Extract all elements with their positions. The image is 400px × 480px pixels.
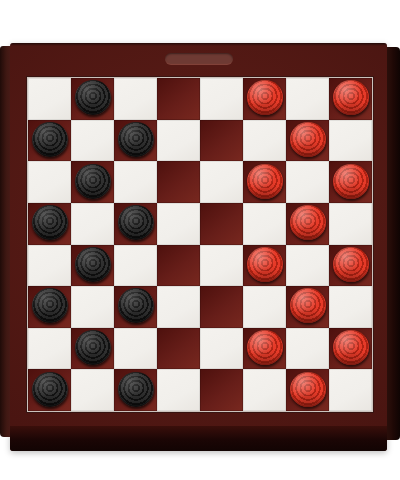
black-piece[interactable] xyxy=(75,247,111,282)
square-r5c4[interactable] xyxy=(157,245,200,287)
square-r8c6[interactable] xyxy=(243,369,286,411)
black-piece[interactable] xyxy=(75,330,111,365)
square-r5c5[interactable] xyxy=(200,245,243,287)
square-r2c1[interactable] xyxy=(28,120,71,162)
square-r8c1[interactable] xyxy=(28,369,71,411)
square-r5c8[interactable] xyxy=(329,245,372,287)
square-r8c4[interactable] xyxy=(157,369,200,411)
red-piece[interactable] xyxy=(333,80,369,115)
square-r6c3[interactable] xyxy=(114,286,157,328)
square-r5c7[interactable] xyxy=(286,245,329,287)
black-piece[interactable] xyxy=(118,205,154,240)
square-r6c6[interactable] xyxy=(243,286,286,328)
black-piece[interactable] xyxy=(118,288,154,323)
square-r7c3[interactable] xyxy=(114,328,157,370)
square-r5c2[interactable] xyxy=(71,245,114,287)
square-r2c4[interactable] xyxy=(157,120,200,162)
square-r8c2[interactable] xyxy=(71,369,114,411)
red-piece[interactable] xyxy=(247,80,283,115)
square-r1c1[interactable] xyxy=(28,78,71,120)
square-r4c4[interactable] xyxy=(157,203,200,245)
square-r5c3[interactable] xyxy=(114,245,157,287)
square-r7c4[interactable] xyxy=(157,328,200,370)
black-piece[interactable] xyxy=(32,122,68,157)
black-piece[interactable] xyxy=(118,122,154,157)
square-r5c1[interactable] xyxy=(28,245,71,287)
square-r7c1[interactable] xyxy=(28,328,71,370)
square-r8c5[interactable] xyxy=(200,369,243,411)
square-r1c5[interactable] xyxy=(200,78,243,120)
board-right-side-panel xyxy=(386,47,400,440)
square-r1c7[interactable] xyxy=(286,78,329,120)
square-r6c2[interactable] xyxy=(71,286,114,328)
square-r2c3[interactable] xyxy=(114,120,157,162)
square-r1c3[interactable] xyxy=(114,78,157,120)
square-r3c5[interactable] xyxy=(200,161,243,203)
square-r1c4[interactable] xyxy=(157,78,200,120)
square-r3c7[interactable] xyxy=(286,161,329,203)
square-r7c8[interactable] xyxy=(329,328,372,370)
square-r3c3[interactable] xyxy=(114,161,157,203)
product-photo xyxy=(0,0,400,480)
square-r6c5[interactable] xyxy=(200,286,243,328)
square-r4c2[interactable] xyxy=(71,203,114,245)
red-piece[interactable] xyxy=(290,372,326,407)
square-r6c4[interactable] xyxy=(157,286,200,328)
square-r2c8[interactable] xyxy=(329,120,372,162)
checkers-board xyxy=(10,43,387,451)
square-r1c6[interactable] xyxy=(243,78,286,120)
square-r8c8[interactable] xyxy=(329,369,372,411)
black-piece[interactable] xyxy=(118,372,154,407)
square-r3c2[interactable] xyxy=(71,161,114,203)
black-piece[interactable] xyxy=(75,80,111,115)
square-r4c3[interactable] xyxy=(114,203,157,245)
square-r4c7[interactable] xyxy=(286,203,329,245)
square-r2c6[interactable] xyxy=(243,120,286,162)
brand-plaque xyxy=(165,53,233,65)
red-piece[interactable] xyxy=(247,164,283,199)
red-piece[interactable] xyxy=(247,247,283,282)
square-r7c5[interactable] xyxy=(200,328,243,370)
black-piece[interactable] xyxy=(32,288,68,323)
square-r7c2[interactable] xyxy=(71,328,114,370)
square-r4c6[interactable] xyxy=(243,203,286,245)
black-piece[interactable] xyxy=(32,205,68,240)
square-r4c1[interactable] xyxy=(28,203,71,245)
square-r7c6[interactable] xyxy=(243,328,286,370)
square-r3c8[interactable] xyxy=(329,161,372,203)
square-r4c8[interactable] xyxy=(329,203,372,245)
square-r3c4[interactable] xyxy=(157,161,200,203)
square-r3c1[interactable] xyxy=(28,161,71,203)
red-piece[interactable] xyxy=(290,288,326,323)
square-r6c1[interactable] xyxy=(28,286,71,328)
black-piece[interactable] xyxy=(75,164,111,199)
square-r2c2[interactable] xyxy=(71,120,114,162)
square-r2c5[interactable] xyxy=(200,120,243,162)
red-piece[interactable] xyxy=(290,122,326,157)
checkerboard xyxy=(28,78,372,411)
square-r3c6[interactable] xyxy=(243,161,286,203)
square-r6c7[interactable] xyxy=(286,286,329,328)
red-piece[interactable] xyxy=(333,247,369,282)
square-r2c7[interactable] xyxy=(286,120,329,162)
square-r5c6[interactable] xyxy=(243,245,286,287)
square-r6c8[interactable] xyxy=(329,286,372,328)
square-r8c3[interactable] xyxy=(114,369,157,411)
black-piece[interactable] xyxy=(32,372,68,407)
red-piece[interactable] xyxy=(333,330,369,365)
square-r7c7[interactable] xyxy=(286,328,329,370)
square-r4c5[interactable] xyxy=(200,203,243,245)
red-piece[interactable] xyxy=(333,164,369,199)
square-r1c8[interactable] xyxy=(329,78,372,120)
square-r8c7[interactable] xyxy=(286,369,329,411)
red-piece[interactable] xyxy=(247,330,283,365)
square-r1c2[interactable] xyxy=(71,78,114,120)
red-piece[interactable] xyxy=(290,205,326,240)
